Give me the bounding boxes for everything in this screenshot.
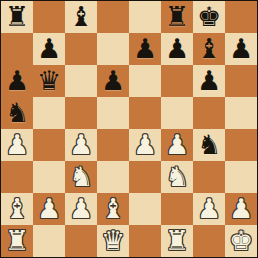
square-b7[interactable]: ♟ [33,33,65,65]
square-f1[interactable]: ♜ [161,225,193,257]
square-b3[interactable] [33,161,65,193]
piece-black-rook[interactable]: ♜ [5,3,29,30]
piece-black-bishop[interactable]: ♝ [197,35,221,62]
square-c3[interactable]: ♞ [65,161,97,193]
square-e8[interactable] [129,1,161,33]
square-c2[interactable]: ♟ [65,193,97,225]
square-f4[interactable]: ♟ [161,129,193,161]
square-h7[interactable]: ♟ [225,33,257,65]
square-d4[interactable] [97,129,129,161]
square-e3[interactable] [129,161,161,193]
square-c8[interactable]: ♝ [65,1,97,33]
square-g1[interactable] [193,225,225,257]
piece-black-king[interactable]: ♚ [197,3,221,30]
piece-white-pawn[interactable]: ♟ [5,131,29,158]
piece-white-bishop[interactable]: ♝ [101,195,125,222]
piece-black-pawn[interactable]: ♟ [165,35,189,62]
piece-white-pawn[interactable]: ♟ [197,195,221,222]
square-a7[interactable] [1,33,33,65]
square-a4[interactable]: ♟ [1,129,33,161]
piece-black-bishop[interactable]: ♝ [69,3,93,30]
square-d2[interactable]: ♝ [97,193,129,225]
square-h6[interactable] [225,65,257,97]
square-e1[interactable] [129,225,161,257]
square-h2[interactable]: ♟ [225,193,257,225]
square-a8[interactable]: ♜ [1,1,33,33]
piece-black-rook[interactable]: ♜ [165,3,189,30]
square-b6[interactable]: ♛ [33,65,65,97]
square-e6[interactable] [129,65,161,97]
square-e7[interactable]: ♟ [129,33,161,65]
square-g8[interactable]: ♚ [193,1,225,33]
square-b8[interactable] [33,1,65,33]
square-c5[interactable] [65,97,97,129]
piece-black-pawn[interactable]: ♟ [197,67,221,94]
square-a6[interactable]: ♟ [1,65,33,97]
piece-black-pawn[interactable]: ♟ [37,35,61,62]
piece-white-knight[interactable]: ♞ [69,163,93,190]
square-b1[interactable] [33,225,65,257]
square-a2[interactable]: ♝ [1,193,33,225]
square-c6[interactable] [65,65,97,97]
piece-white-pawn[interactable]: ♟ [165,131,189,158]
square-g2[interactable]: ♟ [193,193,225,225]
square-h5[interactable] [225,97,257,129]
piece-white-rook[interactable]: ♜ [165,227,189,254]
piece-white-pawn[interactable]: ♟ [69,195,93,222]
square-f3[interactable]: ♞ [161,161,193,193]
square-f6[interactable] [161,65,193,97]
piece-white-queen[interactable]: ♛ [101,227,125,254]
square-d7[interactable] [97,33,129,65]
piece-black-knight[interactable]: ♞ [5,99,29,126]
square-g7[interactable]: ♝ [193,33,225,65]
square-d6[interactable]: ♟ [97,65,129,97]
square-d8[interactable] [97,1,129,33]
piece-black-queen[interactable]: ♛ [37,67,61,94]
square-h8[interactable] [225,1,257,33]
square-g4[interactable]: ♞ [193,129,225,161]
square-h4[interactable] [225,129,257,161]
square-d3[interactable] [97,161,129,193]
square-c4[interactable]: ♟ [65,129,97,161]
square-e2[interactable] [129,193,161,225]
board-frame: ♜♝♜♚♟♟♟♝♟♟♛♟♟♞♟♟♟♟♞♞♞♝♟♟♝♟♟♜♛♜♚ [0,0,258,258]
square-f8[interactable]: ♜ [161,1,193,33]
square-f7[interactable]: ♟ [161,33,193,65]
square-b2[interactable]: ♟ [33,193,65,225]
piece-white-pawn[interactable]: ♟ [69,131,93,158]
square-d5[interactable] [97,97,129,129]
square-a3[interactable] [1,161,33,193]
piece-black-pawn[interactable]: ♟ [229,35,253,62]
square-f5[interactable] [161,97,193,129]
piece-black-pawn[interactable]: ♟ [101,67,125,94]
square-h1[interactable]: ♚ [225,225,257,257]
square-e4[interactable]: ♟ [129,129,161,161]
square-c1[interactable] [65,225,97,257]
square-a5[interactable]: ♞ [1,97,33,129]
piece-black-pawn[interactable]: ♟ [5,67,29,94]
square-b5[interactable] [33,97,65,129]
piece-white-bishop[interactable]: ♝ [5,195,29,222]
piece-black-pawn[interactable]: ♟ [133,35,157,62]
square-a1[interactable]: ♜ [1,225,33,257]
square-g6[interactable]: ♟ [193,65,225,97]
piece-white-pawn[interactable]: ♟ [37,195,61,222]
square-b4[interactable] [33,129,65,161]
piece-white-pawn[interactable]: ♟ [133,131,157,158]
square-g3[interactable] [193,161,225,193]
piece-white-king[interactable]: ♚ [229,227,253,254]
square-e5[interactable] [129,97,161,129]
piece-white-knight[interactable]: ♞ [165,163,189,190]
square-g5[interactable] [193,97,225,129]
square-d1[interactable]: ♛ [97,225,129,257]
piece-black-knight[interactable]: ♞ [197,131,221,158]
square-f2[interactable] [161,193,193,225]
piece-white-pawn[interactable]: ♟ [229,195,253,222]
piece-white-rook[interactable]: ♜ [5,227,29,254]
chess-board: ♜♝♜♚♟♟♟♝♟♟♛♟♟♞♟♟♟♟♞♞♞♝♟♟♝♟♟♜♛♜♚ [1,1,257,257]
square-h3[interactable] [225,161,257,193]
square-c7[interactable] [65,33,97,65]
